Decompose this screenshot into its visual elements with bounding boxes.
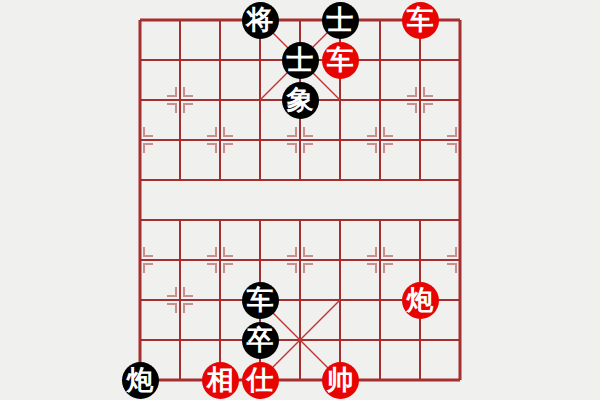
xiangqi-app: 将士士象车卒炮车车炮相仕帅	[0, 0, 600, 400]
piece-black-advisor[interactable]: 士	[282, 42, 319, 79]
piece-black-elephant[interactable]: 象	[282, 82, 319, 119]
xiangqi-board: 将士士象车卒炮车车炮相仕帅	[120, 0, 480, 400]
piece-red-general[interactable]: 帅	[322, 362, 359, 399]
piece-black-general[interactable]: 将	[242, 2, 279, 39]
piece-red-cannon[interactable]: 炮	[402, 282, 439, 319]
piece-red-advisor[interactable]: 仕	[242, 362, 279, 399]
piece-black-chariot[interactable]: 车	[242, 282, 279, 319]
piece-black-advisor[interactable]: 士	[322, 2, 359, 39]
piece-black-soldier[interactable]: 卒	[242, 322, 279, 359]
piece-red-chariot[interactable]: 车	[402, 2, 439, 39]
piece-red-chariot[interactable]: 车	[322, 42, 359, 79]
pieces-layer: 将士士象车卒炮车车炮相仕帅	[120, 0, 480, 400]
piece-black-cannon[interactable]: 炮	[122, 362, 159, 399]
piece-red-elephant[interactable]: 相	[202, 362, 239, 399]
